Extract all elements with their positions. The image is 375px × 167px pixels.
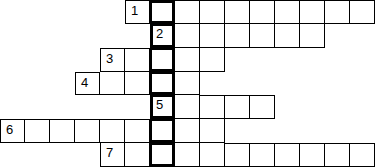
grid-cell-6-4[interactable]: 7 [100,143,125,167]
grid-cell-0-13[interactable] [325,0,350,24]
grid-cell-1-10[interactable] [250,24,275,48]
grid-cell-6-7[interactable] [175,143,200,167]
grid-cell-6-10[interactable] [250,143,275,167]
grid-cell-0-14[interactable] [350,0,375,24]
crossword-board: 1234567 [0,0,375,167]
grid-cell-0-8[interactable] [200,0,225,24]
solution-cell-3-6[interactable] [150,72,175,96]
grid-cell-2-8[interactable] [200,48,225,72]
grid-cell-1-12[interactable] [300,24,325,48]
crossword-grid: 1234567 [0,0,375,167]
grid-cell-3-4[interactable] [100,72,125,96]
grid-cell-4-10[interactable] [250,95,275,119]
grid-cell-3-5[interactable] [125,72,150,96]
clue-number-5: 5 [156,97,163,112]
clue-number-4: 4 [81,75,88,90]
grid-cell-1-11[interactable] [275,24,300,48]
solution-cell-0-6[interactable] [150,0,175,24]
grid-cell-0-11[interactable] [275,0,300,24]
grid-cell-5-7[interactable] [175,119,200,143]
grid-cell-1-8[interactable] [200,24,225,48]
grid-cell-6-11[interactable] [275,143,300,167]
grid-cell-2-7[interactable] [175,48,200,72]
grid-cell-1-7[interactable] [175,24,200,48]
grid-cell-2-5[interactable] [125,48,150,72]
clue-number-2: 2 [156,26,163,41]
grid-cell-6-13[interactable] [325,143,350,167]
grid-cell-2-4[interactable]: 3 [100,48,125,72]
grid-cell-5-2[interactable] [50,119,75,143]
grid-cell-3-7[interactable] [175,72,200,96]
clue-number-3: 3 [106,51,113,66]
grid-cell-6-12[interactable] [300,143,325,167]
grid-cell-6-14[interactable] [350,143,375,167]
grid-cell-4-9[interactable] [225,95,250,119]
grid-cell-5-3[interactable] [75,119,100,143]
solution-cell-4-6[interactable]: 5 [150,95,175,119]
grid-cell-4-8[interactable] [200,95,225,119]
grid-cell-5-1[interactable] [25,119,50,143]
solution-cell-2-6[interactable] [150,48,175,72]
grid-cell-3-3[interactable]: 4 [75,72,100,96]
grid-cell-1-9[interactable] [225,24,250,48]
grid-cell-5-5[interactable] [125,119,150,143]
solution-cell-6-6[interactable] [150,143,175,167]
grid-cell-6-8[interactable] [200,143,225,167]
grid-cell-6-9[interactable] [225,143,250,167]
solution-cell-5-6[interactable] [150,119,175,143]
clue-number-1: 1 [131,3,138,18]
grid-cell-5-4[interactable] [100,119,125,143]
grid-cell-0-12[interactable] [300,0,325,24]
grid-cell-6-5[interactable] [125,143,150,167]
grid-cell-5-0[interactable]: 6 [0,119,25,143]
grid-cell-0-10[interactable] [250,0,275,24]
clue-number-6: 6 [6,122,13,137]
grid-cell-0-9[interactable] [225,0,250,24]
grid-cell-4-7[interactable] [175,95,200,119]
clue-number-7: 7 [106,145,113,160]
grid-cell-0-7[interactable] [175,0,200,24]
grid-cell-5-8[interactable] [200,119,225,143]
solution-cell-1-6[interactable]: 2 [150,24,175,48]
grid-cell-0-5[interactable]: 1 [125,0,150,24]
